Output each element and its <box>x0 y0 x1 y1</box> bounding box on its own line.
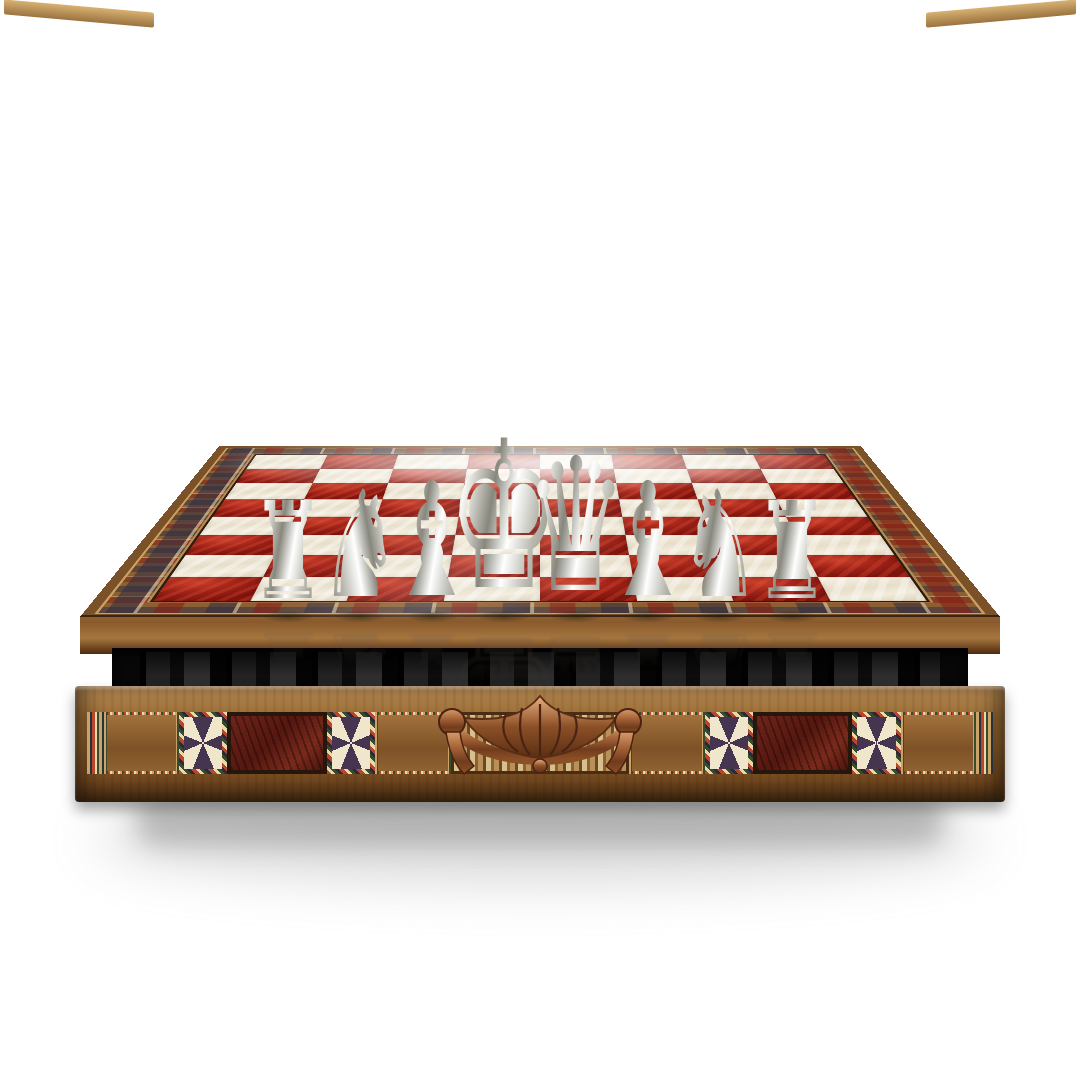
square-f3 <box>625 535 717 555</box>
square-h1 <box>817 577 926 601</box>
square-d3 <box>451 535 540 555</box>
square-d8 <box>467 455 540 469</box>
square-b4 <box>285 517 377 536</box>
square-g7 <box>687 469 768 484</box>
square-g6 <box>692 483 776 499</box>
square-e4 <box>540 517 625 536</box>
square-c5 <box>376 499 461 516</box>
square-c6 <box>382 483 464 499</box>
square-d5 <box>458 499 540 516</box>
square-b6 <box>304 483 388 499</box>
handle-scroll-right <box>615 709 641 735</box>
square-g1 <box>725 577 830 601</box>
square-b1 <box>250 577 355 601</box>
square-d6 <box>461 483 540 499</box>
square-a8 <box>247 455 328 469</box>
square-g4 <box>704 517 796 536</box>
square-e3 <box>540 535 629 555</box>
square-d7 <box>464 469 540 484</box>
square-e8 <box>540 455 613 469</box>
square-e5 <box>540 499 622 516</box>
board-squares <box>153 455 926 601</box>
square-f7 <box>613 469 692 484</box>
square-a4 <box>200 517 295 536</box>
mosaic-tile-frame <box>87 712 104 774</box>
mosaic-tile-wood <box>901 712 977 774</box>
square-a3 <box>186 535 285 555</box>
square-c8 <box>393 455 469 469</box>
square-a7 <box>236 469 320 484</box>
square-c7 <box>388 469 467 484</box>
square-e7 <box>540 469 616 484</box>
square-g8 <box>682 455 760 469</box>
square-a5 <box>213 499 304 516</box>
square-g3 <box>710 535 806 555</box>
mosaic-tile-frame <box>976 712 993 774</box>
square-f8 <box>611 455 687 469</box>
square-b2 <box>263 555 363 577</box>
square-e6 <box>540 483 619 499</box>
mosaic-tile-star <box>179 712 227 774</box>
square-h7 <box>760 469 844 484</box>
square-f2 <box>629 555 725 577</box>
square-h2 <box>806 555 910 577</box>
square-a2 <box>170 555 274 577</box>
mosaic-tile-star <box>705 712 753 774</box>
square-b5 <box>295 499 383 516</box>
square-a6 <box>225 483 312 499</box>
scene: ♜♜♞♞♝♝♚♚♛♛♝♝♞♞♜♜ <box>0 0 1080 1080</box>
square-h4 <box>785 517 880 536</box>
floor-shadow <box>135 797 945 845</box>
square-h8 <box>753 455 834 469</box>
drawer-side-rail-left <box>4 0 154 28</box>
square-h5 <box>776 499 867 516</box>
square-f6 <box>616 483 698 499</box>
square-c1 <box>347 577 448 601</box>
square-h6 <box>768 483 855 499</box>
drawer-side-rail-right <box>926 0 1076 28</box>
mosaic-tile-star <box>327 712 375 774</box>
square-f1 <box>632 577 733 601</box>
square-b7 <box>312 469 393 484</box>
mosaic-tile-wood <box>104 712 180 774</box>
square-f4 <box>622 517 710 536</box>
square-c4 <box>370 517 458 536</box>
square-e2 <box>540 555 632 577</box>
square-h3 <box>795 535 894 555</box>
square-e1 <box>540 577 637 601</box>
square-c2 <box>355 555 451 577</box>
handle-scroll-left <box>439 709 465 735</box>
square-d4 <box>455 517 540 536</box>
mosaic-tile-red <box>227 712 326 774</box>
handle-drop-finial <box>533 759 547 773</box>
square-d1 <box>443 577 540 601</box>
square-b3 <box>274 535 370 555</box>
mosaic-tile-star <box>852 712 900 774</box>
square-f5 <box>619 499 704 516</box>
square-c3 <box>363 535 455 555</box>
square-g2 <box>717 555 817 577</box>
chessboard <box>80 446 1000 617</box>
mosaic-tile-red <box>753 712 852 774</box>
square-a1 <box>153 577 262 601</box>
square-d2 <box>448 555 540 577</box>
drawer-handle[interactable] <box>430 682 650 794</box>
square-g5 <box>698 499 786 516</box>
square-b8 <box>320 455 398 469</box>
